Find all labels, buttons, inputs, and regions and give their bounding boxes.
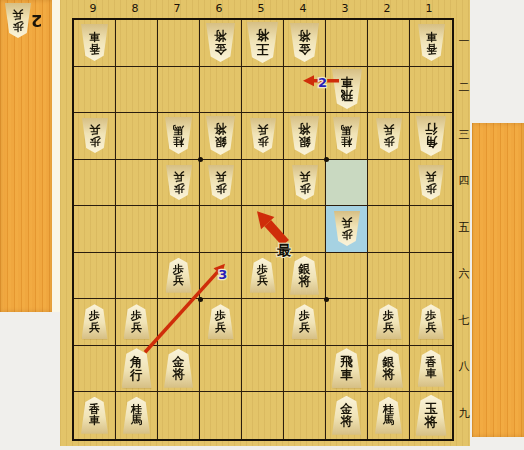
board-square-3五[interactable]: 歩兵 <box>326 206 368 253</box>
shogi-board-panel: 987654321 一二三四五六七八九 香車金将王将金将香車飛車歩兵桂馬銀将歩兵… <box>60 0 470 446</box>
board-square-6二[interactable] <box>200 67 242 114</box>
board-square-4七[interactable]: 歩兵 <box>284 299 326 346</box>
board-square-7七[interactable] <box>158 299 200 346</box>
board-square-6七[interactable]: 歩兵 <box>200 299 242 346</box>
gote-hand-pawn-count: 2 <box>31 11 42 30</box>
board-square-7二[interactable] <box>158 67 200 114</box>
board-square-3六[interactable] <box>326 253 368 300</box>
piece-gote-silver[interactable]: 銀将 <box>290 116 319 155</box>
board-square-2九[interactable]: 桂馬 <box>368 392 410 439</box>
board-square-5八[interactable] <box>242 346 284 393</box>
board-square-5七[interactable] <box>242 299 284 346</box>
rank-label: 四 <box>456 158 472 205</box>
rank-label: 三 <box>456 111 472 158</box>
hoshi-dot <box>198 297 203 302</box>
file-label: 7 <box>156 1 198 16</box>
rank-label: 九 <box>456 390 472 437</box>
board-square-6六[interactable] <box>200 253 242 300</box>
piece-gote-king[interactable]: 王将 <box>247 22 278 63</box>
hoshi-dot <box>324 157 329 162</box>
piece-sente-pawn[interactable]: 歩兵 <box>250 258 276 293</box>
board-square-7三[interactable]: 桂馬 <box>158 113 200 160</box>
board-square-3三[interactable]: 桂馬 <box>326 113 368 160</box>
board-square-6四[interactable]: 歩兵 <box>200 160 242 207</box>
piece-sente-silver[interactable]: 銀将 <box>290 256 319 295</box>
piece-sente-pawn[interactable]: 歩兵 <box>82 304 108 339</box>
board-square-6五[interactable] <box>200 206 242 253</box>
piece-sente-rook[interactable]: 飛車 <box>332 348 362 388</box>
board-square-6八[interactable] <box>200 346 242 393</box>
file-label: 1 <box>408 1 450 16</box>
file-label: 8 <box>114 1 156 16</box>
board-square-8九[interactable]: 桂馬 <box>116 392 158 439</box>
board-square-9九[interactable]: 香車 <box>74 392 116 439</box>
board-square-1三[interactable]: 角行 <box>410 113 452 160</box>
board-square-8八[interactable]: 角行 <box>116 346 158 393</box>
board-square-9二[interactable] <box>74 67 116 114</box>
piece-gote-pawn[interactable]: 歩兵 <box>418 165 444 200</box>
board-square-1九[interactable]: 玉将 <box>410 392 452 439</box>
piece-sente-knight[interactable]: 桂馬 <box>123 397 150 434</box>
board-square-7八[interactable]: 金将 <box>158 346 200 393</box>
board-square-3七[interactable] <box>326 299 368 346</box>
piece-sente-gold[interactable]: 金将 <box>164 349 193 388</box>
file-label: 5 <box>240 1 282 16</box>
board-square-4一[interactable]: 金将 <box>284 20 326 67</box>
board-square-5二[interactable] <box>242 67 284 114</box>
board-square-9三[interactable]: 歩兵 <box>74 113 116 160</box>
file-label: 9 <box>72 1 114 16</box>
piece-gote-bishop[interactable]: 角行 <box>416 116 446 156</box>
board-square-5六[interactable]: 歩兵 <box>242 253 284 300</box>
board-square-1八[interactable]: 香車 <box>410 346 452 393</box>
board-square-5四[interactable] <box>242 160 284 207</box>
board-square-3四[interactable] <box>326 160 368 207</box>
piece-sente-knight[interactable]: 桂馬 <box>375 397 402 434</box>
board-square-1一[interactable]: 香車 <box>410 20 452 67</box>
file-label: 6 <box>198 1 240 16</box>
piece-gote-lance[interactable]: 香車 <box>418 24 445 61</box>
piece-sente-lance[interactable]: 香車 <box>418 350 445 387</box>
hoshi-dot <box>324 297 329 302</box>
board-square-6九[interactable] <box>200 392 242 439</box>
board-square-9一[interactable]: 香車 <box>74 20 116 67</box>
board-square-1四[interactable]: 歩兵 <box>410 160 452 207</box>
board-square-7六[interactable]: 歩兵 <box>158 253 200 300</box>
board-square-9六[interactable] <box>74 253 116 300</box>
board-square-5九[interactable] <box>242 392 284 439</box>
rank-label: 一 <box>456 18 472 65</box>
board-square-2六[interactable] <box>368 253 410 300</box>
board-square-8四[interactable] <box>116 160 158 207</box>
board-square-4四[interactable]: 歩兵 <box>284 160 326 207</box>
board-square-1六[interactable] <box>410 253 452 300</box>
board-square-3九[interactable]: 金将 <box>326 392 368 439</box>
board-square-4二[interactable] <box>284 67 326 114</box>
rank-label: 八 <box>456 344 472 391</box>
board-square-2五[interactable] <box>368 206 410 253</box>
board-square-8七[interactable]: 歩兵 <box>116 299 158 346</box>
board-square-3八[interactable]: 飛車 <box>326 346 368 393</box>
board-square-4五[interactable] <box>284 206 326 253</box>
board-square-2四[interactable] <box>368 160 410 207</box>
rank-label: 五 <box>456 204 472 251</box>
board-square-9八[interactable] <box>74 346 116 393</box>
gote-piece-stand <box>0 0 52 312</box>
piece-sente-king[interactable]: 玉将 <box>416 395 447 436</box>
piece-gote-rook[interactable]: 飛車 <box>332 69 362 109</box>
board-square-7四[interactable]: 歩兵 <box>158 160 200 207</box>
piece-sente-pawn[interactable]: 歩兵 <box>418 304 444 339</box>
board-square-3二[interactable]: 飛車 <box>326 67 368 114</box>
rank-label: 六 <box>456 251 472 298</box>
board-square-7五[interactable] <box>158 206 200 253</box>
rank-coordinates: 一二三四五六七八九 <box>456 18 472 437</box>
piece-gote-pawn[interactable]: 歩兵 <box>82 118 108 153</box>
board-square-5一[interactable]: 王将 <box>242 20 284 67</box>
file-label: 3 <box>324 1 366 16</box>
piece-gote-pawn[interactable]: 歩兵 <box>376 118 402 153</box>
piece-gote-pawn[interactable]: 歩兵 <box>166 165 192 200</box>
board-square-6一[interactable]: 金将 <box>200 20 242 67</box>
board-square-1七[interactable]: 歩兵 <box>410 299 452 346</box>
piece-sente-silver[interactable]: 銀将 <box>374 349 403 388</box>
board-square-9四[interactable] <box>74 160 116 207</box>
hoshi-dot <box>198 157 203 162</box>
rank-label: 七 <box>456 297 472 344</box>
board-square-4三[interactable]: 銀将 <box>284 113 326 160</box>
board-square-4六[interactable]: 銀将 <box>284 253 326 300</box>
board-square-2三[interactable]: 歩兵 <box>368 113 410 160</box>
piece-gote-knight[interactable]: 桂馬 <box>333 117 360 154</box>
piece-sente-pawn[interactable]: 歩兵 <box>166 258 192 293</box>
board-square-1五[interactable] <box>410 206 452 253</box>
board-square-2八[interactable]: 銀将 <box>368 346 410 393</box>
piece-sente-pawn[interactable]: 歩兵 <box>208 304 234 339</box>
board-square-2二[interactable] <box>368 67 410 114</box>
board-square-2一[interactable] <box>368 20 410 67</box>
board-square-7九[interactable] <box>158 392 200 439</box>
piece-gote-pawn[interactable]: 歩兵 <box>334 211 360 246</box>
board-square-8二[interactable] <box>116 67 158 114</box>
file-label: 2 <box>366 1 408 16</box>
sente-piece-stand <box>472 123 524 437</box>
file-coordinates: 987654321 <box>72 1 450 16</box>
piece-sente-lance[interactable]: 香車 <box>81 397 108 434</box>
piece-gote-pawn[interactable]: 歩兵 <box>250 118 276 153</box>
board-square-6三[interactable]: 銀将 <box>200 113 242 160</box>
rank-label: 二 <box>456 65 472 112</box>
piece-gote-pawn[interactable]: 歩兵 <box>208 165 234 200</box>
board-square-7一[interactable] <box>158 20 200 67</box>
piece-gote-knight[interactable]: 桂馬 <box>165 117 192 154</box>
piece-sente-pawn[interactable]: 歩兵 <box>376 304 402 339</box>
board-square-4九[interactable] <box>284 392 326 439</box>
board-square-2七[interactable]: 歩兵 <box>368 299 410 346</box>
piece-sente-gold[interactable]: 金将 <box>332 396 361 435</box>
board-square-8三[interactable] <box>116 113 158 160</box>
piece-sente-pawn[interactable]: 歩兵 <box>292 304 318 339</box>
piece-sente-bishop[interactable]: 角行 <box>122 348 152 388</box>
board-square-8五[interactable] <box>116 206 158 253</box>
piece-gote-silver[interactable]: 銀将 <box>206 116 235 155</box>
board-square-1二[interactable] <box>410 67 452 114</box>
piece-gote-lance[interactable]: 香車 <box>81 24 108 61</box>
piece-gote-gold[interactable]: 金将 <box>290 23 319 62</box>
piece-gote-pawn[interactable]: 歩兵 <box>292 165 318 200</box>
piece-sente-pawn[interactable]: 歩兵 <box>124 304 150 339</box>
shogi-grid: 香車金将王将金将香車飛車歩兵桂馬銀将歩兵銀将桂馬歩兵角行歩兵歩兵歩兵歩兵歩兵歩兵… <box>72 18 454 441</box>
board-square-3一[interactable] <box>326 20 368 67</box>
board-square-8六[interactable] <box>116 253 158 300</box>
board-square-5五[interactable] <box>242 206 284 253</box>
board-square-9七[interactable]: 歩兵 <box>74 299 116 346</box>
board-square-9五[interactable] <box>74 206 116 253</box>
file-label: 4 <box>282 1 324 16</box>
board-square-8一[interactable] <box>116 20 158 67</box>
board-square-5三[interactable]: 歩兵 <box>242 113 284 160</box>
stand-separator <box>52 0 60 312</box>
piece-gote-gold[interactable]: 金将 <box>206 23 235 62</box>
board-square-4八[interactable] <box>284 346 326 393</box>
